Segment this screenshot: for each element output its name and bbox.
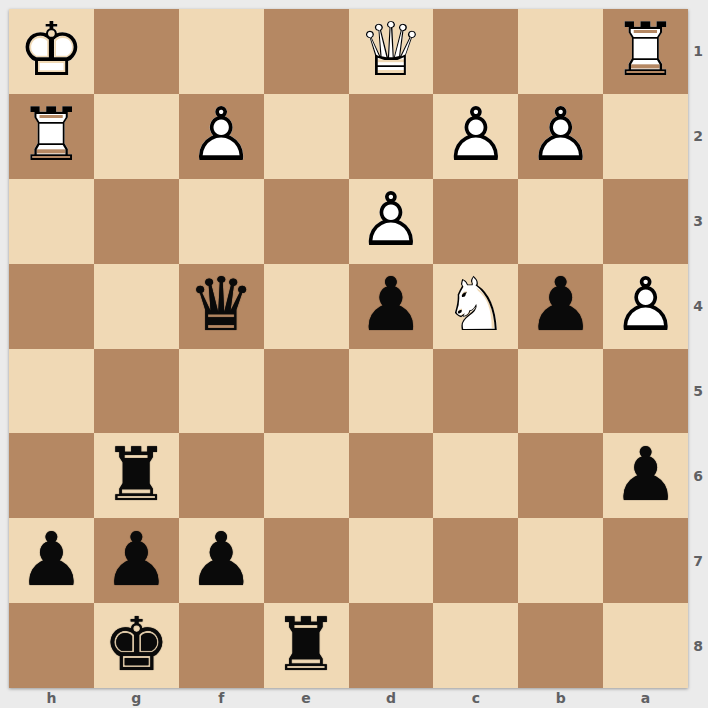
square-g8[interactable]: ♚: [94, 603, 179, 688]
file-label-h: h: [9, 688, 94, 708]
square-b4[interactable]: ♟: [518, 264, 603, 349]
black-pawn-icon: ♟: [94, 518, 179, 603]
square-e5[interactable]: [264, 349, 349, 434]
black-queen-icon: ♛: [179, 264, 264, 349]
black-rook-icon: ♜: [94, 433, 179, 518]
white-pawn[interactable]: ♟♙: [518, 94, 603, 179]
white-pawn-icon: ♙: [433, 94, 518, 179]
square-f5[interactable]: [179, 349, 264, 434]
square-a2[interactable]: [603, 94, 688, 179]
square-d1[interactable]: ♛♕: [349, 9, 434, 94]
white-pawn[interactable]: ♟♙: [349, 179, 434, 264]
black-pawn-icon: ♟: [179, 518, 264, 603]
square-f8[interactable]: [179, 603, 264, 688]
square-h6[interactable]: [9, 433, 94, 518]
square-e4[interactable]: [264, 264, 349, 349]
black-rook-icon: ♜: [264, 603, 349, 688]
square-c6[interactable]: [433, 433, 518, 518]
square-b2[interactable]: ♟♙: [518, 94, 603, 179]
file-label-b: b: [518, 688, 603, 708]
rank-label-8: 8: [688, 603, 708, 688]
file-label-a: a: [603, 688, 688, 708]
square-g7[interactable]: ♟: [94, 518, 179, 603]
square-e3[interactable]: [264, 179, 349, 264]
square-f1[interactable]: [179, 9, 264, 94]
rank-label-3: 3: [688, 179, 708, 264]
square-c4[interactable]: ♞♘: [433, 264, 518, 349]
square-g2[interactable]: [94, 94, 179, 179]
white-pawn-icon: ♙: [518, 94, 603, 179]
square-a8[interactable]: [603, 603, 688, 688]
square-a5[interactable]: [603, 349, 688, 434]
square-g1[interactable]: [94, 9, 179, 94]
white-pawn[interactable]: ♟♙: [433, 94, 518, 179]
rank-coordinates: 12345678: [688, 9, 708, 688]
square-d6[interactable]: [349, 433, 434, 518]
square-h1[interactable]: ♚♔: [9, 9, 94, 94]
white-rook-icon: ♖: [603, 9, 688, 94]
white-rook-icon: ♖: [9, 94, 94, 179]
chess-board: ♚♔♛♕♜♖♜♖♟♙♟♙♟♙♟♙♛♟♞♘♟♟♙♜♟♟♟♟♚♜: [9, 9, 688, 688]
square-f2[interactable]: ♟♙: [179, 94, 264, 179]
black-pawn[interactable]: ♟: [179, 518, 264, 603]
square-a1[interactable]: ♜♖: [603, 9, 688, 94]
black-king-icon: ♚: [94, 603, 179, 688]
square-b3[interactable]: [518, 179, 603, 264]
white-pawn-icon: ♙: [179, 94, 264, 179]
rank-label-6: 6: [688, 433, 708, 518]
square-c5[interactable]: [433, 349, 518, 434]
square-h8[interactable]: [9, 603, 94, 688]
square-c3[interactable]: [433, 179, 518, 264]
square-d5[interactable]: [349, 349, 434, 434]
square-f6[interactable]: [179, 433, 264, 518]
square-h3[interactable]: [9, 179, 94, 264]
square-c8[interactable]: [433, 603, 518, 688]
black-pawn-icon: ♟: [9, 518, 94, 603]
black-pawn-icon: ♟: [603, 433, 688, 518]
square-g4[interactable]: [94, 264, 179, 349]
square-e7[interactable]: [264, 518, 349, 603]
black-king[interactable]: ♚: [94, 603, 179, 688]
white-king-icon: ♔: [9, 9, 94, 94]
square-e2[interactable]: [264, 94, 349, 179]
square-h4[interactable]: [9, 264, 94, 349]
file-label-e: e: [264, 688, 349, 708]
black-queen[interactable]: ♛: [179, 264, 264, 349]
black-pawn[interactable]: ♟: [518, 264, 603, 349]
square-h2[interactable]: ♜♖: [9, 94, 94, 179]
black-rook[interactable]: ♜: [94, 433, 179, 518]
black-pawn[interactable]: ♟: [603, 433, 688, 518]
black-pawn[interactable]: ♟: [9, 518, 94, 603]
file-label-g: g: [94, 688, 179, 708]
file-coordinates: hgfedcba: [9, 688, 688, 708]
square-b1[interactable]: [518, 9, 603, 94]
white-pawn-icon: ♙: [603, 264, 688, 349]
square-b8[interactable]: [518, 603, 603, 688]
square-a3[interactable]: [603, 179, 688, 264]
square-g5[interactable]: [94, 349, 179, 434]
black-pawn-icon: ♟: [349, 264, 434, 349]
rank-label-7: 7: [688, 518, 708, 603]
square-e8[interactable]: ♜: [264, 603, 349, 688]
square-a6[interactable]: ♟: [603, 433, 688, 518]
square-h5[interactable]: [9, 349, 94, 434]
square-c1[interactable]: [433, 9, 518, 94]
white-king[interactable]: ♚♔: [9, 9, 94, 94]
square-f3[interactable]: [179, 179, 264, 264]
white-knight-icon: ♘: [433, 264, 518, 349]
square-d3[interactable]: ♟♙: [349, 179, 434, 264]
square-d4[interactable]: ♟: [349, 264, 434, 349]
black-pawn[interactable]: ♟: [94, 518, 179, 603]
square-d8[interactable]: [349, 603, 434, 688]
white-rook[interactable]: ♜♖: [603, 9, 688, 94]
rank-label-5: 5: [688, 349, 708, 434]
square-a7[interactable]: [603, 518, 688, 603]
square-c2[interactable]: ♟♙: [433, 94, 518, 179]
white-rook[interactable]: ♜♖: [9, 94, 94, 179]
square-f7[interactable]: ♟: [179, 518, 264, 603]
square-d7[interactable]: [349, 518, 434, 603]
white-pawn[interactable]: ♟♙: [603, 264, 688, 349]
file-label-d: d: [349, 688, 434, 708]
white-pawn[interactable]: ♟♙: [179, 94, 264, 179]
rank-label-1: 1: [688, 9, 708, 94]
file-label-c: c: [433, 688, 518, 708]
rank-label-2: 2: [688, 94, 708, 179]
white-queen[interactable]: ♛♕: [349, 9, 434, 94]
black-rook[interactable]: ♜: [264, 603, 349, 688]
white-knight[interactable]: ♞♘: [433, 264, 518, 349]
square-c7[interactable]: [433, 518, 518, 603]
square-h7[interactable]: ♟: [9, 518, 94, 603]
square-b6[interactable]: [518, 433, 603, 518]
square-a4[interactable]: ♟♙: [603, 264, 688, 349]
black-pawn-icon: ♟: [518, 264, 603, 349]
square-d2[interactable]: [349, 94, 434, 179]
white-pawn-icon: ♙: [349, 179, 434, 264]
white-queen-icon: ♕: [349, 9, 434, 94]
square-b7[interactable]: [518, 518, 603, 603]
square-g6[interactable]: ♜: [94, 433, 179, 518]
square-g3[interactable]: [94, 179, 179, 264]
square-b5[interactable]: [518, 349, 603, 434]
chess-app-background: { "game": "chess", "position": { "fen": …: [0, 0, 708, 708]
black-pawn[interactable]: ♟: [349, 264, 434, 349]
file-label-f: f: [179, 688, 264, 708]
square-e1[interactable]: [264, 9, 349, 94]
square-f4[interactable]: ♛: [179, 264, 264, 349]
square-e6[interactable]: [264, 433, 349, 518]
rank-label-4: 4: [688, 264, 708, 349]
